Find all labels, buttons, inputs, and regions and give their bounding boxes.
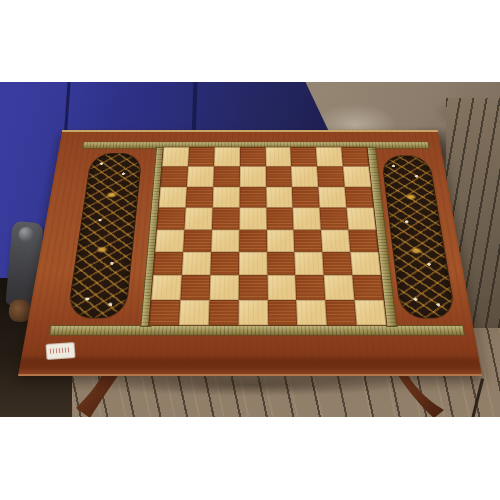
square-g8[interactable] [316, 147, 343, 166]
square-c7[interactable] [213, 167, 240, 187]
square-f7[interactable] [291, 167, 318, 187]
square-b8[interactable] [188, 147, 215, 166]
square-b3[interactable] [182, 252, 211, 275]
chess-table-top [18, 130, 482, 376]
chessboard [149, 147, 386, 325]
square-a6[interactable] [159, 187, 187, 208]
square-c3[interactable] [210, 252, 239, 275]
square-f1[interactable] [296, 300, 327, 325]
square-d5[interactable] [239, 208, 266, 230]
square-h2[interactable] [352, 275, 383, 299]
square-g4[interactable] [321, 229, 350, 252]
letterbox-top [0, 0, 500, 82]
square-g7[interactable] [317, 167, 345, 187]
gold-inlay-band-bottom [49, 325, 465, 335]
square-e5[interactable] [266, 208, 294, 230]
square-h7[interactable] [343, 167, 371, 187]
square-a7[interactable] [160, 167, 187, 187]
square-a4[interactable] [155, 229, 184, 252]
square-e6[interactable] [266, 187, 293, 208]
square-e1[interactable] [267, 300, 297, 325]
square-h1[interactable] [355, 300, 387, 325]
square-a5[interactable] [157, 208, 186, 230]
square-e3[interactable] [267, 252, 296, 275]
photo-area [0, 82, 500, 417]
square-d2[interactable] [238, 275, 267, 299]
square-d8[interactable] [240, 147, 266, 166]
square-g1[interactable] [325, 300, 356, 325]
square-h4[interactable] [348, 229, 378, 252]
square-d7[interactable] [239, 167, 265, 187]
square-e8[interactable] [265, 147, 291, 166]
square-f2[interactable] [296, 275, 326, 299]
square-c6[interactable] [212, 187, 239, 208]
square-c2[interactable] [209, 275, 238, 299]
square-a3[interactable] [153, 252, 183, 275]
square-d3[interactable] [239, 252, 267, 275]
square-g6[interactable] [318, 187, 346, 208]
square-h8[interactable] [341, 147, 369, 166]
square-f3[interactable] [295, 252, 324, 275]
square-f8[interactable] [291, 147, 318, 166]
square-a1[interactable] [149, 300, 180, 325]
square-f6[interactable] [292, 187, 320, 208]
square-d1[interactable] [238, 300, 268, 325]
square-g2[interactable] [324, 275, 355, 299]
square-d6[interactable] [239, 187, 266, 208]
square-b5[interactable] [184, 208, 212, 230]
square-g5[interactable] [320, 208, 349, 230]
square-e2[interactable] [267, 275, 296, 299]
square-d4[interactable] [239, 229, 267, 252]
square-a8[interactable] [162, 147, 189, 166]
letterbox-bottom [0, 417, 500, 500]
square-c8[interactable] [214, 147, 240, 166]
square-e7[interactable] [265, 167, 292, 187]
square-b7[interactable] [187, 167, 214, 187]
square-g3[interactable] [323, 252, 353, 275]
square-f5[interactable] [293, 208, 321, 230]
square-b2[interactable] [180, 275, 210, 299]
square-f4[interactable] [294, 229, 323, 252]
square-h3[interactable] [350, 252, 380, 275]
auction-sticker [45, 342, 75, 360]
square-h6[interactable] [345, 187, 374, 208]
square-c4[interactable] [211, 229, 239, 252]
square-b1[interactable] [179, 300, 210, 325]
square-b4[interactable] [183, 229, 212, 252]
square-e4[interactable] [266, 229, 294, 252]
square-b6[interactable] [186, 187, 214, 208]
square-a2[interactable] [151, 275, 181, 299]
square-h5[interactable] [347, 208, 376, 230]
marquetry-panel-left [67, 153, 143, 318]
square-c5[interactable] [212, 208, 240, 230]
square-c1[interactable] [208, 300, 238, 325]
